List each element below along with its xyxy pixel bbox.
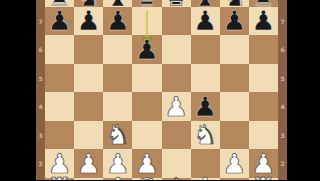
square-b3[interactable] (74, 121, 103, 150)
rank-label-right-2: 2 (278, 160, 287, 167)
square-a4[interactable] (45, 92, 74, 121)
square-g2[interactable]: ♟ (220, 149, 249, 178)
square-g5[interactable] (220, 64, 249, 93)
square-h5[interactable] (249, 64, 278, 93)
piece-black-pawn-c7[interactable]: ♟ (106, 7, 130, 34)
piece-white-pawn-b2[interactable]: ♟ (77, 150, 101, 177)
square-d4[interactable] (132, 92, 161, 121)
square-e5[interactable] (162, 64, 191, 93)
square-g4[interactable] (220, 92, 249, 121)
piece-white-rook-h1[interactable]: ♜ (251, 174, 275, 180)
rank-labels-left: 87654321 (36, 0, 45, 180)
piece-black-pawn-g7[interactable]: ♟ (222, 7, 246, 34)
square-e1[interactable]: ♚ (162, 178, 191, 181)
piece-white-knight-f3[interactable]: ♞ (193, 121, 217, 148)
chess-board[interactable]: ♜♞♝♛♚♝♞♜♟♟♟♟♟♟♟♟♟♞♞♟♟♟♟♟♟♜♝♛♚♝♜ (45, 0, 278, 180)
square-d3[interactable] (132, 121, 161, 150)
square-g6[interactable] (220, 35, 249, 64)
piece-black-pawn-f4[interactable]: ♟ (193, 93, 217, 120)
rank-label-right-5: 5 (278, 74, 287, 81)
square-f5[interactable] (191, 64, 220, 93)
piece-white-bishop-f1[interactable]: ♝ (193, 174, 217, 180)
square-h6[interactable] (249, 35, 278, 64)
board-frame: 87654321 ♜♞♝♛♚♝♞♜♟♟♟♟♟♟♟♟♟♞♞♟♟♟♟♟♟♜♝♛♚♝♜… (36, 0, 287, 180)
square-e6[interactable] (162, 35, 191, 64)
rank-labels-right: 87654321 (278, 0, 287, 180)
piece-white-pawn-g2[interactable]: ♟ (222, 150, 246, 177)
square-h1[interactable]: ♜ (249, 178, 278, 181)
rank-label-left-5: 5 (36, 74, 45, 81)
rank-label-right-6: 6 (278, 46, 287, 53)
rank-label-left-4: 4 (36, 103, 45, 110)
piece-white-bishop-c1[interactable]: ♝ (106, 174, 130, 180)
square-g3[interactable] (220, 121, 249, 150)
square-e8[interactable]: ♚ (162, 0, 191, 7)
piece-black-pawn-b7[interactable]: ♟ (77, 7, 101, 34)
square-g7[interactable]: ♟ (220, 7, 249, 36)
square-c1[interactable]: ♝ (103, 178, 132, 181)
piece-white-queen-d1[interactable]: ♛ (135, 174, 159, 180)
piece-black-pawn-h7[interactable]: ♟ (251, 7, 275, 34)
square-d5[interactable] (132, 64, 161, 93)
square-c5[interactable] (103, 64, 132, 93)
piece-white-king-e1[interactable]: ♚ (164, 174, 188, 180)
rank-label-right-7: 7 (278, 17, 287, 24)
square-c4[interactable] (103, 92, 132, 121)
square-b2[interactable]: ♟ (74, 149, 103, 178)
rank-label-right-3: 3 (278, 131, 287, 138)
square-h3[interactable] (249, 121, 278, 150)
square-d8[interactable]: ♛ (132, 0, 161, 7)
square-e4[interactable]: ♟ (162, 92, 191, 121)
square-f7[interactable]: ♟ (191, 7, 220, 36)
piece-black-king-e8[interactable]: ♚ (164, 0, 188, 10)
square-b4[interactable] (74, 92, 103, 121)
square-a5[interactable] (45, 64, 74, 93)
square-h7[interactable]: ♟ (249, 7, 278, 36)
square-b5[interactable] (74, 64, 103, 93)
piece-black-queen-d8[interactable]: ♛ (135, 0, 159, 10)
square-a1[interactable]: ♜ (45, 178, 74, 181)
square-a6[interactable] (45, 35, 74, 64)
square-a3[interactable] (45, 121, 74, 150)
piece-white-pawn-e4[interactable]: ♟ (164, 93, 188, 120)
piece-black-pawn-d6[interactable]: ♟ (135, 36, 159, 63)
square-c7[interactable]: ♟ (103, 7, 132, 36)
square-b7[interactable]: ♟ (74, 7, 103, 36)
square-d6[interactable]: ♟ (132, 35, 161, 64)
square-f4[interactable]: ♟ (191, 92, 220, 121)
piece-black-pawn-f7[interactable]: ♟ (193, 7, 217, 34)
square-c6[interactable] (103, 35, 132, 64)
rank-label-left-3: 3 (36, 131, 45, 138)
square-a7[interactable]: ♟ (45, 7, 74, 36)
rank-label-left-6: 6 (36, 46, 45, 53)
rank-label-right-4: 4 (278, 103, 287, 110)
square-e3[interactable] (162, 121, 191, 150)
square-c3[interactable]: ♞ (103, 121, 132, 150)
square-f6[interactable] (191, 35, 220, 64)
piece-white-rook-a1[interactable]: ♜ (47, 174, 71, 180)
rank-label-left-7: 7 (36, 17, 45, 24)
video-frame: 87654321 ♜♞♝♛♚♝♞♜♟♟♟♟♟♟♟♟♟♞♞♟♟♟♟♟♟♜♝♛♚♝♜… (0, 0, 320, 180)
piece-black-pawn-a7[interactable]: ♟ (47, 7, 71, 34)
square-f3[interactable]: ♞ (191, 121, 220, 150)
square-f1[interactable]: ♝ (191, 178, 220, 181)
square-d1[interactable]: ♛ (132, 178, 161, 181)
square-h4[interactable] (249, 92, 278, 121)
piece-white-knight-c3[interactable]: ♞ (106, 121, 130, 148)
square-b6[interactable] (74, 35, 103, 64)
rank-label-left-2: 2 (36, 160, 45, 167)
